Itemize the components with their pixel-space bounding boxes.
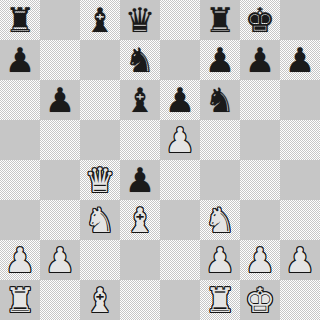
square-d8[interactable]: ♛	[120, 0, 160, 40]
square-d4[interactable]: ♟	[120, 160, 160, 200]
square-a5[interactable]	[0, 120, 40, 160]
black-pawn-f7: ♟	[205, 40, 235, 80]
black-pawn-d4: ♟	[125, 160, 155, 200]
square-c7[interactable]	[80, 40, 120, 80]
square-e8[interactable]	[160, 0, 200, 40]
square-c4[interactable]: ♛	[80, 160, 120, 200]
square-f1[interactable]: ♜	[200, 280, 240, 320]
white-pawn-h2: ♟	[285, 240, 315, 280]
black-king-g8: ♚	[245, 0, 275, 40]
square-g8[interactable]: ♚	[240, 0, 280, 40]
square-e7[interactable]	[160, 40, 200, 80]
square-h1[interactable]	[280, 280, 320, 320]
white-pawn-e5: ♟	[165, 120, 195, 160]
square-h7[interactable]: ♟	[280, 40, 320, 80]
square-b3[interactable]	[40, 200, 80, 240]
square-a8[interactable]: ♜	[0, 0, 40, 40]
square-f8[interactable]: ♜	[200, 0, 240, 40]
square-g7[interactable]: ♟	[240, 40, 280, 80]
square-b5[interactable]	[40, 120, 80, 160]
black-knight-d7: ♞	[125, 40, 155, 80]
square-e6[interactable]: ♟	[160, 80, 200, 120]
square-g1[interactable]: ♚	[240, 280, 280, 320]
square-g6[interactable]	[240, 80, 280, 120]
black-rook-a8: ♜	[5, 0, 35, 40]
square-f5[interactable]	[200, 120, 240, 160]
square-a3[interactable]	[0, 200, 40, 240]
white-bishop-c1: ♝	[85, 280, 115, 320]
square-e3[interactable]	[160, 200, 200, 240]
square-d3[interactable]: ♝	[120, 200, 160, 240]
square-g2[interactable]: ♟	[240, 240, 280, 280]
white-pawn-g2: ♟	[245, 240, 275, 280]
square-h3[interactable]	[280, 200, 320, 240]
square-d6[interactable]: ♝	[120, 80, 160, 120]
square-b8[interactable]	[40, 0, 80, 40]
white-knight-c3: ♞	[85, 200, 115, 240]
square-b4[interactable]	[40, 160, 80, 200]
square-a2[interactable]: ♟	[0, 240, 40, 280]
black-queen-d8: ♛	[125, 0, 155, 40]
square-d7[interactable]: ♞	[120, 40, 160, 80]
white-pawn-b2: ♟	[45, 240, 75, 280]
white-queen-c4: ♛	[85, 160, 115, 200]
square-g3[interactable]	[240, 200, 280, 240]
white-knight-f3: ♞	[205, 200, 235, 240]
square-b7[interactable]	[40, 40, 80, 80]
square-c8[interactable]: ♝	[80, 0, 120, 40]
square-b6[interactable]: ♟	[40, 80, 80, 120]
square-g5[interactable]	[240, 120, 280, 160]
square-b1[interactable]	[40, 280, 80, 320]
white-rook-a1: ♜	[5, 280, 35, 320]
square-c3[interactable]: ♞	[80, 200, 120, 240]
square-d5[interactable]	[120, 120, 160, 160]
square-h6[interactable]	[280, 80, 320, 120]
square-d2[interactable]	[120, 240, 160, 280]
square-e4[interactable]	[160, 160, 200, 200]
square-e1[interactable]	[160, 280, 200, 320]
square-f7[interactable]: ♟	[200, 40, 240, 80]
square-h5[interactable]	[280, 120, 320, 160]
black-pawn-b6: ♟	[45, 80, 75, 120]
white-king-g1: ♚	[245, 280, 275, 320]
square-c5[interactable]	[80, 120, 120, 160]
square-g4[interactable]	[240, 160, 280, 200]
square-b2[interactable]: ♟	[40, 240, 80, 280]
white-pawn-f2: ♟	[205, 240, 235, 280]
black-bishop-c8: ♝	[85, 0, 115, 40]
square-e2[interactable]	[160, 240, 200, 280]
square-h4[interactable]	[280, 160, 320, 200]
black-pawn-a7: ♟	[5, 40, 35, 80]
square-f6[interactable]: ♞	[200, 80, 240, 120]
black-pawn-g7: ♟	[245, 40, 275, 80]
square-a7[interactable]: ♟	[0, 40, 40, 80]
square-e5[interactable]: ♟	[160, 120, 200, 160]
square-f2[interactable]: ♟	[200, 240, 240, 280]
square-c6[interactable]	[80, 80, 120, 120]
square-d1[interactable]	[120, 280, 160, 320]
square-f3[interactable]: ♞	[200, 200, 240, 240]
black-bishop-d6: ♝	[125, 80, 155, 120]
black-rook-f8: ♜	[205, 0, 235, 40]
chess-board: ♜♝♛♜♚♟♞♟♟♟♟♝♟♞♟♛♟♞♝♞♟♟♟♟♟♜♝♜♚	[0, 0, 320, 320]
square-a4[interactable]	[0, 160, 40, 200]
white-rook-f1: ♜	[205, 280, 235, 320]
square-a6[interactable]	[0, 80, 40, 120]
square-h2[interactable]: ♟	[280, 240, 320, 280]
square-c2[interactable]	[80, 240, 120, 280]
square-c1[interactable]: ♝	[80, 280, 120, 320]
black-pawn-e6: ♟	[165, 80, 195, 120]
black-knight-f6: ♞	[205, 80, 235, 120]
white-bishop-d3: ♝	[125, 200, 155, 240]
square-a1[interactable]: ♜	[0, 280, 40, 320]
black-pawn-h7: ♟	[285, 40, 315, 80]
square-h8[interactable]	[280, 0, 320, 40]
square-f4[interactable]	[200, 160, 240, 200]
white-pawn-a2: ♟	[5, 240, 35, 280]
